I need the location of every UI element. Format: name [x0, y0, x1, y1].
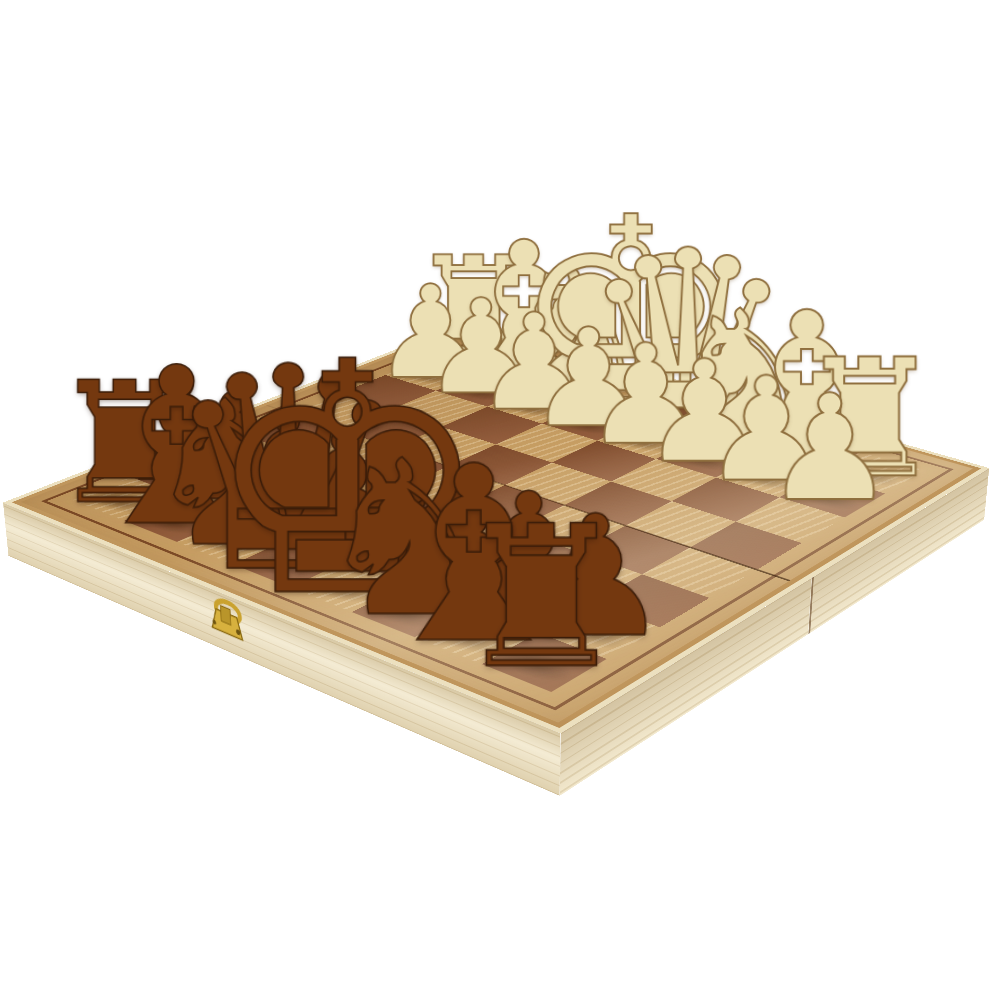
board-surface: ♜♝♞♚♛♞♝♜♟♟♟♟♟♟♟♟♟♟♟♟♟♟♟♟♜♝♞♛♚♞♝♜ — [3, 321, 989, 733]
chess-set-product-photo: ♜♝♞♚♛♞♝♜♟♟♟♟♟♟♟♟♟♟♟♟♟♟♟♟♜♝♞♛♚♞♝♜ — [0, 0, 1000, 1000]
fold-seam-side — [809, 577, 814, 634]
square-b1: ♝ — [124, 496, 235, 542]
chess-board: ♜♝♞♚♛♞♝♜♟♟♟♟♟♟♟♟♟♟♟♟♟♟♟♟♜♝♞♛♚♞♝♜ — [3, 321, 989, 733]
piece-white-pawn: ♟ — [764, 375, 896, 522]
piece-black-rook: ♜ — [50, 360, 200, 527]
square-h8: ♜ — [820, 452, 924, 493]
